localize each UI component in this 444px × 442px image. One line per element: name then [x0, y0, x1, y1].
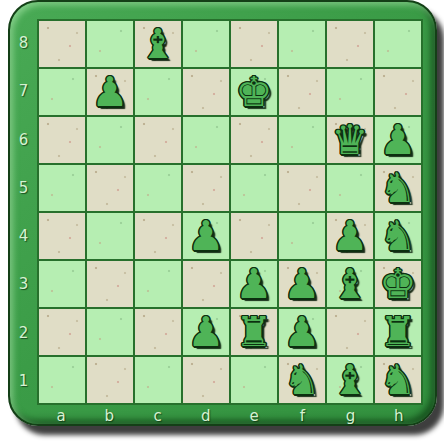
square-e6[interactable]: [231, 117, 277, 163]
file-label-b: b: [85, 405, 133, 426]
square-c2[interactable]: [135, 309, 181, 355]
chess-board-frame: 8 7 6 5 4 3 2 1 ♝♟♚♛♟♞♟♟♞♟♟♝♚♟♜♟♜♞♝♞ a b…: [8, 0, 437, 426]
square-g6[interactable]: ♛: [327, 117, 373, 163]
square-b4[interactable]: [87, 213, 133, 259]
square-d7[interactable]: [183, 69, 229, 115]
square-e2[interactable]: ♜: [231, 309, 277, 355]
square-c5[interactable]: [135, 165, 181, 211]
square-h5[interactable]: ♞: [375, 165, 421, 211]
square-f5[interactable]: [279, 165, 325, 211]
square-f4[interactable]: [279, 213, 325, 259]
piece-pawn-d2[interactable]: ♟: [188, 309, 225, 355]
square-e7[interactable]: ♚: [231, 69, 277, 115]
piece-pawn-d4[interactable]: ♟: [188, 213, 225, 259]
piece-king-e7[interactable]: ♚: [236, 69, 273, 115]
square-a3[interactable]: [39, 261, 85, 307]
square-a7[interactable]: [39, 69, 85, 115]
square-e3[interactable]: ♟: [231, 261, 277, 307]
square-g3[interactable]: ♝: [327, 261, 373, 307]
rank-label-2: 2: [10, 309, 37, 357]
square-a5[interactable]: [39, 165, 85, 211]
square-d4[interactable]: ♟: [183, 213, 229, 259]
piece-queen-g6[interactable]: ♛: [332, 117, 369, 163]
piece-bishop-g1[interactable]: ♝: [332, 357, 369, 403]
square-f1[interactable]: ♞: [279, 357, 325, 403]
file-label-c: c: [134, 405, 182, 426]
file-label-d: d: [182, 405, 230, 426]
piece-knight-h1[interactable]: ♞: [380, 357, 417, 403]
file-label-e: e: [230, 405, 278, 426]
square-h1[interactable]: ♞: [375, 357, 421, 403]
piece-knight-f1[interactable]: ♞: [284, 357, 321, 403]
piece-pawn-e3[interactable]: ♟: [236, 261, 273, 307]
square-f8[interactable]: [279, 21, 325, 67]
square-b1[interactable]: [87, 357, 133, 403]
square-a1[interactable]: [39, 357, 85, 403]
piece-king-h3[interactable]: ♚: [380, 261, 417, 307]
square-a4[interactable]: [39, 213, 85, 259]
square-b7[interactable]: ♟: [87, 69, 133, 115]
board-grid: ♝♟♚♛♟♞♟♟♞♟♟♝♚♟♜♟♜♞♝♞: [37, 19, 423, 405]
square-e4[interactable]: [231, 213, 277, 259]
rank-label-8: 8: [10, 19, 37, 67]
square-h8[interactable]: [375, 21, 421, 67]
square-a6[interactable]: [39, 117, 85, 163]
square-c1[interactable]: [135, 357, 181, 403]
square-d5[interactable]: [183, 165, 229, 211]
piece-pawn-g4[interactable]: ♟: [332, 213, 369, 259]
square-c6[interactable]: [135, 117, 181, 163]
square-h3[interactable]: ♚: [375, 261, 421, 307]
square-g1[interactable]: ♝: [327, 357, 373, 403]
square-f6[interactable]: [279, 117, 325, 163]
square-d6[interactable]: [183, 117, 229, 163]
square-d3[interactable]: [183, 261, 229, 307]
square-f2[interactable]: ♟: [279, 309, 325, 355]
piece-rook-e2[interactable]: ♜: [236, 309, 273, 355]
piece-pawn-f3[interactable]: ♟: [284, 261, 321, 307]
square-a8[interactable]: [39, 21, 85, 67]
square-h6[interactable]: ♟: [375, 117, 421, 163]
rank-label-1: 1: [10, 357, 37, 405]
square-g8[interactable]: [327, 21, 373, 67]
square-c7[interactable]: [135, 69, 181, 115]
square-b5[interactable]: [87, 165, 133, 211]
rank-label-4: 4: [10, 212, 37, 260]
square-b3[interactable]: [87, 261, 133, 307]
square-d8[interactable]: [183, 21, 229, 67]
file-label-f: f: [278, 405, 326, 426]
rank-labels: 8 7 6 5 4 3 2 1: [10, 19, 37, 405]
square-f3[interactable]: ♟: [279, 261, 325, 307]
square-g4[interactable]: ♟: [327, 213, 373, 259]
square-d1[interactable]: [183, 357, 229, 403]
file-label-a: a: [37, 405, 85, 426]
square-g2[interactable]: [327, 309, 373, 355]
square-g7[interactable]: [327, 69, 373, 115]
rank-label-3: 3: [10, 260, 37, 308]
piece-bishop-g3[interactable]: ♝: [332, 261, 369, 307]
piece-rook-h2[interactable]: ♜: [380, 309, 417, 355]
piece-bishop-c8[interactable]: ♝: [140, 21, 177, 67]
square-c3[interactable]: [135, 261, 181, 307]
rank-label-6: 6: [10, 116, 37, 164]
square-d2[interactable]: ♟: [183, 309, 229, 355]
square-e1[interactable]: [231, 357, 277, 403]
square-g5[interactable]: [327, 165, 373, 211]
square-c4[interactable]: [135, 213, 181, 259]
square-c8[interactable]: ♝: [135, 21, 181, 67]
square-h4[interactable]: ♞: [375, 213, 421, 259]
piece-knight-h4[interactable]: ♞: [380, 213, 417, 259]
square-e8[interactable]: [231, 21, 277, 67]
file-labels: a b c d e f g h: [37, 405, 423, 426]
rank-label-7: 7: [10, 67, 37, 115]
square-e5[interactable]: [231, 165, 277, 211]
rank-label-5: 5: [10, 164, 37, 212]
square-b2[interactable]: [87, 309, 133, 355]
square-a2[interactable]: [39, 309, 85, 355]
square-b6[interactable]: [87, 117, 133, 163]
file-label-h: h: [375, 405, 423, 426]
square-h2[interactable]: ♜: [375, 309, 421, 355]
piece-pawn-h6[interactable]: ♟: [380, 117, 417, 163]
piece-pawn-f2[interactable]: ♟: [284, 309, 321, 355]
file-label-g: g: [327, 405, 375, 426]
square-f7[interactable]: [279, 69, 325, 115]
piece-knight-h5[interactable]: ♞: [380, 165, 417, 211]
square-h7[interactable]: [375, 69, 421, 115]
piece-pawn-b7[interactable]: ♟: [92, 69, 129, 115]
square-b8[interactable]: [87, 21, 133, 67]
